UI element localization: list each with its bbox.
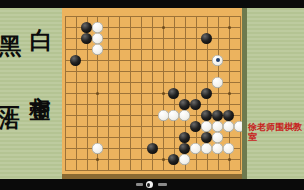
white-player-name: 卞相壹 [28, 79, 53, 85]
black-stone [223, 110, 234, 121]
grid-line-horizontal [65, 159, 241, 160]
star-point [162, 92, 165, 95]
white-stone [212, 132, 223, 143]
white-stone [212, 121, 223, 132]
black-stone [179, 132, 190, 143]
black-stone [190, 121, 201, 132]
white-stone [92, 44, 103, 55]
black-stone [201, 88, 212, 99]
black-stone [179, 143, 190, 154]
black-stone [190, 99, 201, 110]
white-stone [168, 110, 179, 121]
white-stone [158, 110, 169, 121]
white-stone [223, 143, 234, 154]
grid-line-horizontal [65, 71, 241, 72]
white-stone [223, 121, 234, 132]
black-player-panel: 黑 丁浩 [0, 34, 23, 94]
black-stone [201, 33, 212, 44]
black-label: 黑 [0, 34, 23, 58]
star-point [162, 26, 165, 29]
video-player[interactable]: 黑 丁浩 白 卞相壹 徐老师围棋教室 [0, 0, 304, 190]
black-stone [212, 110, 223, 121]
mini-control-left-icon[interactable] [136, 183, 143, 186]
black-stone [81, 22, 92, 33]
video-content[interactable]: 黑 丁浩 白 卞相壹 徐老师围棋教室 [0, 8, 304, 179]
white-stone [201, 121, 212, 132]
grid-line-horizontal [65, 170, 241, 171]
go-board [62, 8, 242, 179]
white-stone [179, 110, 190, 121]
star-point [228, 92, 231, 95]
white-stone [92, 22, 103, 33]
black-stone [168, 88, 179, 99]
player-control-bar [0, 179, 304, 190]
white-stone [92, 33, 103, 44]
star-point [228, 158, 231, 161]
white-stone [179, 154, 190, 165]
grid-line-horizontal [65, 16, 241, 17]
play-pause-button[interactable] [146, 181, 153, 188]
white-stone [212, 143, 223, 154]
grid-line-horizontal [65, 93, 241, 94]
white-label: 白 [28, 28, 54, 52]
black-stone [81, 33, 92, 44]
white-stone [92, 143, 103, 154]
white-stone [190, 143, 201, 154]
star-point [228, 26, 231, 29]
black-stone [201, 132, 212, 143]
white-stone [201, 143, 212, 154]
black-stone [147, 143, 158, 154]
mini-control-right-icon[interactable] [158, 183, 167, 186]
star-point [162, 158, 165, 161]
black-stone [201, 110, 212, 121]
black-stone [168, 154, 179, 165]
board-right-edge [242, 8, 247, 179]
last-move-marker [216, 58, 220, 62]
grid-line-horizontal [65, 104, 241, 105]
black-stone [70, 55, 81, 66]
white-player-panel: 白 卞相壹 [28, 28, 54, 85]
black-player-name: 丁浩 [0, 90, 22, 94]
channel-watermark: 徐老师围棋教室 [248, 122, 304, 142]
black-stone [179, 99, 190, 110]
letterbox-top [0, 0, 304, 8]
white-stone [212, 77, 223, 88]
